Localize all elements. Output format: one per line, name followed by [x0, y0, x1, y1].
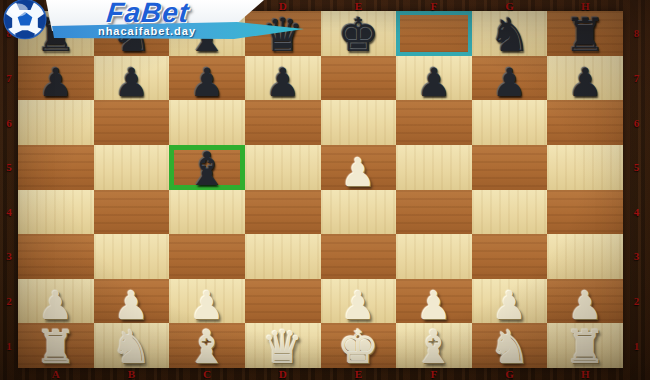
- piece-black-pawn-g7[interactable]: ♟: [492, 63, 527, 102]
- square-d3[interactable]: [245, 234, 321, 279]
- square-a4[interactable]: [18, 190, 94, 235]
- square-d7[interactable]: ♟: [245, 56, 321, 101]
- square-a5[interactable]: [18, 145, 94, 190]
- square-h1[interactable]: ♜: [547, 323, 623, 368]
- piece-black-knight-g8[interactable]: ♞: [489, 12, 530, 58]
- square-d2[interactable]: [245, 279, 321, 324]
- square-b1[interactable]: ♞: [94, 323, 170, 368]
- square-h4[interactable]: [547, 190, 623, 235]
- piece-white-king-e1[interactable]: ♚: [338, 324, 379, 370]
- square-e3[interactable]: [321, 234, 397, 279]
- piece-black-rook-h8[interactable]: ♜: [565, 12, 606, 58]
- square-d6[interactable]: [245, 100, 321, 145]
- square-c3[interactable]: [169, 234, 245, 279]
- piece-black-pawn-f7[interactable]: ♟: [416, 63, 451, 102]
- square-g1[interactable]: ♞: [472, 323, 548, 368]
- square-a3[interactable]: [18, 234, 94, 279]
- square-f3[interactable]: [396, 234, 472, 279]
- square-g2[interactable]: ♟: [472, 279, 548, 324]
- piece-white-bishop-c1[interactable]: ♝: [186, 324, 227, 370]
- square-b5[interactable]: [94, 145, 170, 190]
- piece-black-bishop-c5[interactable]: ♝: [186, 146, 227, 192]
- square-e6[interactable]: [321, 100, 397, 145]
- square-f5[interactable]: [396, 145, 472, 190]
- square-b6[interactable]: [94, 100, 170, 145]
- square-f4[interactable]: [396, 190, 472, 235]
- piece-white-rook-h1[interactable]: ♜: [565, 324, 606, 370]
- piece-white-knight-b1[interactable]: ♞: [111, 324, 152, 370]
- square-f2[interactable]: ♟: [396, 279, 472, 324]
- square-h8[interactable]: ♜: [547, 11, 623, 56]
- square-c7[interactable]: ♟: [169, 56, 245, 101]
- square-a1[interactable]: ♜: [18, 323, 94, 368]
- piece-white-knight-g1[interactable]: ♞: [489, 324, 530, 370]
- square-f7[interactable]: ♟: [396, 56, 472, 101]
- square-f1[interactable]: ♝: [396, 323, 472, 368]
- piece-white-pawn-e5[interactable]: ♟: [341, 153, 376, 192]
- fabet-logo: FaBet nhacaifabet.day: [0, 0, 312, 62]
- square-g4[interactable]: [472, 190, 548, 235]
- square-f8[interactable]: [396, 11, 472, 56]
- square-e1[interactable]: ♚: [321, 323, 397, 368]
- piece-black-pawn-c7[interactable]: ♟: [190, 63, 225, 102]
- square-b4[interactable]: [94, 190, 170, 235]
- square-c5[interactable]: ♝: [169, 145, 245, 190]
- piece-white-bishop-f1[interactable]: ♝: [413, 324, 454, 370]
- square-g5[interactable]: [472, 145, 548, 190]
- square-c1[interactable]: ♝: [169, 323, 245, 368]
- piece-white-queen-d1[interactable]: ♛: [262, 324, 303, 370]
- highlight-move-from: [396, 11, 472, 56]
- square-g7[interactable]: ♟: [472, 56, 548, 101]
- square-d4[interactable]: [245, 190, 321, 235]
- square-h5[interactable]: [547, 145, 623, 190]
- square-a6[interactable]: [18, 100, 94, 145]
- square-b7[interactable]: ♟: [94, 56, 170, 101]
- square-d5[interactable]: [245, 145, 321, 190]
- logo-tagline-text: nhacaifabet.day: [62, 25, 232, 37]
- piece-black-king-e8[interactable]: ♚: [338, 12, 379, 58]
- square-h2[interactable]: ♟: [547, 279, 623, 324]
- square-d1[interactable]: ♛: [245, 323, 321, 368]
- piece-black-pawn-b7[interactable]: ♟: [114, 63, 149, 102]
- square-e7[interactable]: [321, 56, 397, 101]
- square-c4[interactable]: [169, 190, 245, 235]
- square-c6[interactable]: [169, 100, 245, 145]
- piece-black-pawn-d7[interactable]: ♟: [265, 63, 300, 102]
- soccer-ball-icon: [1, 0, 49, 43]
- square-f6[interactable]: [396, 100, 472, 145]
- piece-white-rook-a1[interactable]: ♜: [35, 324, 76, 370]
- square-h3[interactable]: [547, 234, 623, 279]
- piece-black-pawn-h7[interactable]: ♟: [568, 63, 603, 102]
- square-b2[interactable]: ♟: [94, 279, 170, 324]
- square-a2[interactable]: ♟: [18, 279, 94, 324]
- square-e4[interactable]: [321, 190, 397, 235]
- square-e5[interactable]: ♟: [321, 145, 397, 190]
- square-e8[interactable]: ♚: [321, 11, 397, 56]
- square-e2[interactable]: ♟: [321, 279, 397, 324]
- square-h6[interactable]: [547, 100, 623, 145]
- square-h7[interactable]: ♟: [547, 56, 623, 101]
- square-b3[interactable]: [94, 234, 170, 279]
- square-c2[interactable]: ♟: [169, 279, 245, 324]
- chess-board: ♜♞♝♛♚♞♜♟♟♟♟♟♟♟♝♟♟♟♟♟♟♟♟♜♞♝♛♚♝♞♜: [18, 11, 623, 368]
- piece-black-pawn-a7[interactable]: ♟: [38, 63, 73, 102]
- square-g6[interactable]: [472, 100, 548, 145]
- square-g3[interactable]: [472, 234, 548, 279]
- square-g8[interactable]: ♞: [472, 11, 548, 56]
- square-a7[interactable]: ♟: [18, 56, 94, 101]
